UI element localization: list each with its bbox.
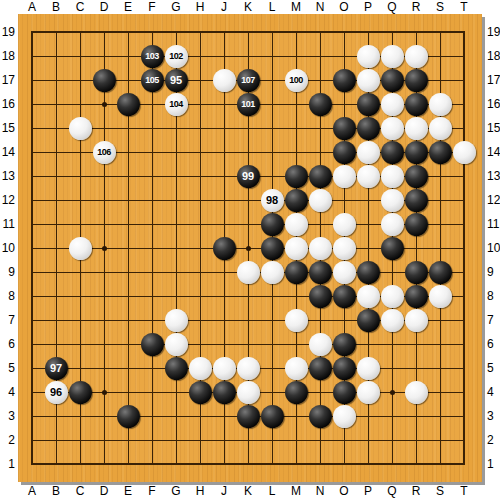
intersection-G11[interactable] — [164, 212, 188, 236]
intersection-D17[interactable] — [92, 68, 116, 92]
intersection-Q11[interactable] — [380, 212, 404, 236]
intersection-T14[interactable] — [452, 140, 476, 164]
intersection-R11[interactable] — [404, 212, 428, 236]
intersection-P16[interactable] — [356, 92, 380, 116]
intersection-K3[interactable] — [236, 404, 260, 428]
intersection-P1[interactable] — [356, 452, 380, 476]
intersection-B17[interactable] — [44, 68, 68, 92]
intersection-J15[interactable] — [212, 116, 236, 140]
intersection-P10[interactable] — [356, 236, 380, 260]
intersection-Q14[interactable] — [380, 140, 404, 164]
intersection-E11[interactable] — [116, 212, 140, 236]
intersection-M19[interactable] — [284, 20, 308, 44]
intersection-E14[interactable] — [116, 140, 140, 164]
intersection-S15[interactable] — [428, 116, 452, 140]
intersection-L11[interactable] — [260, 212, 284, 236]
intersection-T9[interactable] — [452, 260, 476, 284]
intersection-M1[interactable] — [284, 452, 308, 476]
intersection-G2[interactable] — [164, 428, 188, 452]
intersection-F7[interactable] — [140, 308, 164, 332]
intersection-C3[interactable] — [68, 404, 92, 428]
intersection-S7[interactable] — [428, 308, 452, 332]
intersection-D6[interactable] — [92, 332, 116, 356]
intersection-B1[interactable] — [44, 452, 68, 476]
intersection-N15[interactable] — [308, 116, 332, 140]
intersection-H5[interactable] — [188, 356, 212, 380]
intersection-J2[interactable] — [212, 428, 236, 452]
intersection-G19[interactable] — [164, 20, 188, 44]
intersection-Q7[interactable] — [380, 308, 404, 332]
intersection-P15[interactable] — [356, 116, 380, 140]
intersection-A13[interactable] — [20, 164, 44, 188]
intersection-L6[interactable] — [260, 332, 284, 356]
intersection-B5[interactable]: 97 — [44, 356, 68, 380]
intersection-O1[interactable] — [332, 452, 356, 476]
intersection-Q2[interactable] — [380, 428, 404, 452]
intersection-L12[interactable]: 98 — [260, 188, 284, 212]
intersection-K15[interactable] — [236, 116, 260, 140]
intersection-H3[interactable] — [188, 404, 212, 428]
intersection-N3[interactable] — [308, 404, 332, 428]
intersection-P5[interactable] — [356, 356, 380, 380]
intersection-F11[interactable] — [140, 212, 164, 236]
intersection-K5[interactable] — [236, 356, 260, 380]
intersection-F16[interactable] — [140, 92, 164, 116]
intersection-B15[interactable] — [44, 116, 68, 140]
intersection-M8[interactable] — [284, 284, 308, 308]
intersection-S4[interactable] — [428, 380, 452, 404]
intersection-P18[interactable] — [356, 44, 380, 68]
intersection-K14[interactable] — [236, 140, 260, 164]
intersection-T4[interactable] — [452, 380, 476, 404]
intersection-L8[interactable] — [260, 284, 284, 308]
intersection-A19[interactable] — [20, 20, 44, 44]
intersection-Q9[interactable] — [380, 260, 404, 284]
intersection-M11[interactable] — [284, 212, 308, 236]
intersection-R12[interactable] — [404, 188, 428, 212]
intersection-T6[interactable] — [452, 332, 476, 356]
intersection-J11[interactable] — [212, 212, 236, 236]
intersection-G4[interactable] — [164, 380, 188, 404]
intersection-G14[interactable] — [164, 140, 188, 164]
intersection-T3[interactable] — [452, 404, 476, 428]
intersection-L13[interactable] — [260, 164, 284, 188]
intersection-O8[interactable] — [332, 284, 356, 308]
intersection-P6[interactable] — [356, 332, 380, 356]
intersection-D2[interactable] — [92, 428, 116, 452]
intersection-S12[interactable] — [428, 188, 452, 212]
intersection-P2[interactable] — [356, 428, 380, 452]
intersection-G9[interactable] — [164, 260, 188, 284]
intersection-K9[interactable] — [236, 260, 260, 284]
intersection-B13[interactable] — [44, 164, 68, 188]
intersection-J10[interactable] — [212, 236, 236, 260]
intersection-N10[interactable] — [308, 236, 332, 260]
intersection-S11[interactable] — [428, 212, 452, 236]
intersection-F8[interactable] — [140, 284, 164, 308]
intersection-C18[interactable] — [68, 44, 92, 68]
intersection-H14[interactable] — [188, 140, 212, 164]
intersection-J9[interactable] — [212, 260, 236, 284]
intersection-A17[interactable] — [20, 68, 44, 92]
intersection-L19[interactable] — [260, 20, 284, 44]
intersection-R1[interactable] — [404, 452, 428, 476]
intersection-E2[interactable] — [116, 428, 140, 452]
intersection-H7[interactable] — [188, 308, 212, 332]
intersection-C7[interactable] — [68, 308, 92, 332]
intersection-D15[interactable] — [92, 116, 116, 140]
intersection-R3[interactable] — [404, 404, 428, 428]
intersection-F9[interactable] — [140, 260, 164, 284]
intersection-S10[interactable] — [428, 236, 452, 260]
intersection-A7[interactable] — [20, 308, 44, 332]
intersection-E8[interactable] — [116, 284, 140, 308]
intersection-C16[interactable] — [68, 92, 92, 116]
intersection-S6[interactable] — [428, 332, 452, 356]
intersection-F10[interactable] — [140, 236, 164, 260]
intersection-H9[interactable] — [188, 260, 212, 284]
intersection-R15[interactable] — [404, 116, 428, 140]
intersection-L17[interactable] — [260, 68, 284, 92]
intersection-A14[interactable] — [20, 140, 44, 164]
intersection-T1[interactable] — [452, 452, 476, 476]
intersection-J1[interactable] — [212, 452, 236, 476]
intersection-M18[interactable] — [284, 44, 308, 68]
intersection-D12[interactable] — [92, 188, 116, 212]
intersection-J12[interactable] — [212, 188, 236, 212]
intersection-S2[interactable] — [428, 428, 452, 452]
intersection-E10[interactable] — [116, 236, 140, 260]
intersection-D16[interactable] — [92, 92, 116, 116]
intersection-E7[interactable] — [116, 308, 140, 332]
intersection-M17[interactable]: 100 — [284, 68, 308, 92]
intersection-S13[interactable] — [428, 164, 452, 188]
intersection-J8[interactable] — [212, 284, 236, 308]
intersection-N12[interactable] — [308, 188, 332, 212]
intersection-M9[interactable] — [284, 260, 308, 284]
intersection-P12[interactable] — [356, 188, 380, 212]
intersection-B11[interactable] — [44, 212, 68, 236]
intersection-B7[interactable] — [44, 308, 68, 332]
intersection-F2[interactable] — [140, 428, 164, 452]
intersection-O4[interactable] — [332, 380, 356, 404]
intersection-T2[interactable] — [452, 428, 476, 452]
intersection-Q1[interactable] — [380, 452, 404, 476]
intersection-P3[interactable] — [356, 404, 380, 428]
intersection-K12[interactable] — [236, 188, 260, 212]
intersection-T11[interactable] — [452, 212, 476, 236]
intersection-G8[interactable] — [164, 284, 188, 308]
intersection-F5[interactable] — [140, 356, 164, 380]
intersection-M12[interactable] — [284, 188, 308, 212]
intersection-H4[interactable] — [188, 380, 212, 404]
intersection-R18[interactable] — [404, 44, 428, 68]
intersection-O19[interactable] — [332, 20, 356, 44]
intersection-E4[interactable] — [116, 380, 140, 404]
intersection-S17[interactable] — [428, 68, 452, 92]
intersection-C1[interactable] — [68, 452, 92, 476]
intersection-A5[interactable] — [20, 356, 44, 380]
intersection-G17[interactable]: 95 — [164, 68, 188, 92]
intersection-K10[interactable] — [236, 236, 260, 260]
intersection-N16[interactable] — [308, 92, 332, 116]
intersection-J7[interactable] — [212, 308, 236, 332]
intersection-R5[interactable] — [404, 356, 428, 380]
intersection-E3[interactable] — [116, 404, 140, 428]
intersection-L14[interactable] — [260, 140, 284, 164]
intersection-F12[interactable] — [140, 188, 164, 212]
intersection-A3[interactable] — [20, 404, 44, 428]
intersection-K2[interactable] — [236, 428, 260, 452]
intersection-H11[interactable] — [188, 212, 212, 236]
intersection-O10[interactable] — [332, 236, 356, 260]
intersection-Q13[interactable] — [380, 164, 404, 188]
intersection-B2[interactable] — [44, 428, 68, 452]
intersection-H6[interactable] — [188, 332, 212, 356]
intersection-K8[interactable] — [236, 284, 260, 308]
intersection-A1[interactable] — [20, 452, 44, 476]
intersection-T18[interactable] — [452, 44, 476, 68]
intersection-M14[interactable] — [284, 140, 308, 164]
intersection-H18[interactable] — [188, 44, 212, 68]
intersection-T15[interactable] — [452, 116, 476, 140]
intersection-N14[interactable] — [308, 140, 332, 164]
intersection-G5[interactable] — [164, 356, 188, 380]
intersection-H16[interactable] — [188, 92, 212, 116]
intersection-O7[interactable] — [332, 308, 356, 332]
intersection-B19[interactable] — [44, 20, 68, 44]
intersection-N7[interactable] — [308, 308, 332, 332]
intersection-L4[interactable] — [260, 380, 284, 404]
intersection-H12[interactable] — [188, 188, 212, 212]
intersection-T5[interactable] — [452, 356, 476, 380]
intersection-G16[interactable]: 104 — [164, 92, 188, 116]
intersection-D9[interactable] — [92, 260, 116, 284]
intersection-Q8[interactable] — [380, 284, 404, 308]
intersection-H2[interactable] — [188, 428, 212, 452]
intersection-L10[interactable] — [260, 236, 284, 260]
intersection-T7[interactable] — [452, 308, 476, 332]
intersection-K11[interactable] — [236, 212, 260, 236]
intersection-B9[interactable] — [44, 260, 68, 284]
intersection-M6[interactable] — [284, 332, 308, 356]
intersection-A18[interactable] — [20, 44, 44, 68]
intersection-K19[interactable] — [236, 20, 260, 44]
intersection-J3[interactable] — [212, 404, 236, 428]
intersection-C11[interactable] — [68, 212, 92, 236]
intersection-P7[interactable] — [356, 308, 380, 332]
intersection-G10[interactable] — [164, 236, 188, 260]
intersection-O6[interactable] — [332, 332, 356, 356]
intersection-F15[interactable] — [140, 116, 164, 140]
intersection-R4[interactable] — [404, 380, 428, 404]
intersection-S14[interactable] — [428, 140, 452, 164]
intersection-K4[interactable] — [236, 380, 260, 404]
intersection-R14[interactable] — [404, 140, 428, 164]
intersection-E12[interactable] — [116, 188, 140, 212]
intersection-G3[interactable] — [164, 404, 188, 428]
intersection-C17[interactable] — [68, 68, 92, 92]
intersection-J16[interactable] — [212, 92, 236, 116]
intersection-K16[interactable]: 101 — [236, 92, 260, 116]
intersection-J14[interactable] — [212, 140, 236, 164]
intersection-C10[interactable] — [68, 236, 92, 260]
intersection-T17[interactable] — [452, 68, 476, 92]
intersection-C2[interactable] — [68, 428, 92, 452]
intersection-M4[interactable] — [284, 380, 308, 404]
intersection-H13[interactable] — [188, 164, 212, 188]
intersection-N18[interactable] — [308, 44, 332, 68]
intersection-G15[interactable] — [164, 116, 188, 140]
intersection-P9[interactable] — [356, 260, 380, 284]
intersection-Q3[interactable] — [380, 404, 404, 428]
intersection-R2[interactable] — [404, 428, 428, 452]
intersection-O13[interactable] — [332, 164, 356, 188]
intersection-F6[interactable] — [140, 332, 164, 356]
intersection-D7[interactable] — [92, 308, 116, 332]
intersection-F13[interactable] — [140, 164, 164, 188]
intersection-S16[interactable] — [428, 92, 452, 116]
intersection-T10[interactable] — [452, 236, 476, 260]
intersection-M10[interactable] — [284, 236, 308, 260]
intersection-N11[interactable] — [308, 212, 332, 236]
intersection-L3[interactable] — [260, 404, 284, 428]
intersection-F19[interactable] — [140, 20, 164, 44]
intersection-A10[interactable] — [20, 236, 44, 260]
intersection-Q5[interactable] — [380, 356, 404, 380]
intersection-A15[interactable] — [20, 116, 44, 140]
intersection-O16[interactable] — [332, 92, 356, 116]
intersection-L2[interactable] — [260, 428, 284, 452]
intersection-L15[interactable] — [260, 116, 284, 140]
intersection-A4[interactable] — [20, 380, 44, 404]
intersection-S5[interactable] — [428, 356, 452, 380]
intersection-C9[interactable] — [68, 260, 92, 284]
intersection-D11[interactable] — [92, 212, 116, 236]
intersection-N1[interactable] — [308, 452, 332, 476]
intersection-K13[interactable]: 99 — [236, 164, 260, 188]
intersection-R16[interactable] — [404, 92, 428, 116]
intersection-R19[interactable] — [404, 20, 428, 44]
intersection-C13[interactable] — [68, 164, 92, 188]
intersection-P19[interactable] — [356, 20, 380, 44]
intersection-S8[interactable] — [428, 284, 452, 308]
intersection-Q10[interactable] — [380, 236, 404, 260]
intersection-E18[interactable] — [116, 44, 140, 68]
intersection-K18[interactable] — [236, 44, 260, 68]
intersection-D1[interactable] — [92, 452, 116, 476]
intersection-S19[interactable] — [428, 20, 452, 44]
intersection-Q18[interactable] — [380, 44, 404, 68]
intersection-K1[interactable] — [236, 452, 260, 476]
intersection-E6[interactable] — [116, 332, 140, 356]
intersection-Q19[interactable] — [380, 20, 404, 44]
intersection-B3[interactable] — [44, 404, 68, 428]
intersection-M15[interactable] — [284, 116, 308, 140]
intersection-P11[interactable] — [356, 212, 380, 236]
intersection-E1[interactable] — [116, 452, 140, 476]
intersection-O17[interactable] — [332, 68, 356, 92]
intersection-C5[interactable] — [68, 356, 92, 380]
intersection-J6[interactable] — [212, 332, 236, 356]
intersection-O3[interactable] — [332, 404, 356, 428]
intersection-D14[interactable]: 106 — [92, 140, 116, 164]
intersection-B10[interactable] — [44, 236, 68, 260]
intersection-B8[interactable] — [44, 284, 68, 308]
intersection-E15[interactable] — [116, 116, 140, 140]
intersection-D19[interactable] — [92, 20, 116, 44]
intersection-D4[interactable] — [92, 380, 116, 404]
intersection-M13[interactable] — [284, 164, 308, 188]
intersection-Q16[interactable] — [380, 92, 404, 116]
intersection-Q15[interactable] — [380, 116, 404, 140]
intersection-H10[interactable] — [188, 236, 212, 260]
intersection-A11[interactable] — [20, 212, 44, 236]
intersection-M16[interactable] — [284, 92, 308, 116]
intersection-Q4[interactable] — [380, 380, 404, 404]
intersection-O9[interactable] — [332, 260, 356, 284]
intersection-N4[interactable] — [308, 380, 332, 404]
intersection-L16[interactable] — [260, 92, 284, 116]
intersection-B18[interactable] — [44, 44, 68, 68]
intersection-D8[interactable] — [92, 284, 116, 308]
intersection-M7[interactable] — [284, 308, 308, 332]
intersection-A9[interactable] — [20, 260, 44, 284]
intersection-R9[interactable] — [404, 260, 428, 284]
intersection-O15[interactable] — [332, 116, 356, 140]
intersection-Q12[interactable] — [380, 188, 404, 212]
intersection-P17[interactable] — [356, 68, 380, 92]
intersection-G18[interactable]: 102 — [164, 44, 188, 68]
intersection-J13[interactable] — [212, 164, 236, 188]
intersection-C15[interactable] — [68, 116, 92, 140]
intersection-P8[interactable] — [356, 284, 380, 308]
intersection-F4[interactable] — [140, 380, 164, 404]
intersection-L9[interactable] — [260, 260, 284, 284]
intersection-K7[interactable] — [236, 308, 260, 332]
intersection-E16[interactable] — [116, 92, 140, 116]
intersection-E19[interactable] — [116, 20, 140, 44]
intersection-C14[interactable] — [68, 140, 92, 164]
intersection-F17[interactable]: 105 — [140, 68, 164, 92]
intersection-E5[interactable] — [116, 356, 140, 380]
intersection-B4[interactable]: 96 — [44, 380, 68, 404]
intersection-K17[interactable]: 107 — [236, 68, 260, 92]
intersection-C19[interactable] — [68, 20, 92, 44]
intersection-L7[interactable] — [260, 308, 284, 332]
intersection-G1[interactable] — [164, 452, 188, 476]
intersection-R13[interactable] — [404, 164, 428, 188]
intersection-R17[interactable] — [404, 68, 428, 92]
intersection-F3[interactable] — [140, 404, 164, 428]
intersection-N17[interactable] — [308, 68, 332, 92]
intersection-B16[interactable] — [44, 92, 68, 116]
intersection-D5[interactable] — [92, 356, 116, 380]
intersection-E9[interactable] — [116, 260, 140, 284]
intersection-N6[interactable] — [308, 332, 332, 356]
intersection-J5[interactable] — [212, 356, 236, 380]
intersection-A8[interactable] — [20, 284, 44, 308]
intersection-R6[interactable] — [404, 332, 428, 356]
intersection-S18[interactable] — [428, 44, 452, 68]
intersection-C8[interactable] — [68, 284, 92, 308]
intersection-D18[interactable] — [92, 44, 116, 68]
intersection-B14[interactable] — [44, 140, 68, 164]
intersection-J17[interactable] — [212, 68, 236, 92]
intersection-H19[interactable] — [188, 20, 212, 44]
intersection-O12[interactable] — [332, 188, 356, 212]
intersection-Q6[interactable] — [380, 332, 404, 356]
